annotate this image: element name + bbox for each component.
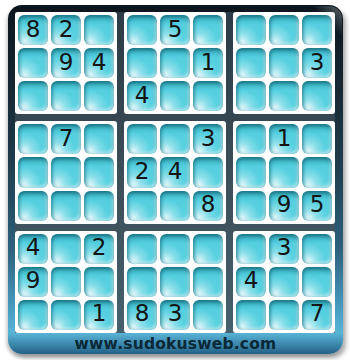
cell-r2c2[interactable]: 9 [51, 48, 81, 78]
given-digit: 3 [277, 236, 292, 259]
cell-r2c6[interactable]: 1 [193, 48, 223, 78]
cell-r9c8[interactable] [269, 300, 299, 330]
cell-r3c3[interactable] [84, 81, 114, 111]
cell-r2c5[interactable] [160, 48, 190, 78]
cell-r9c9[interactable]: 7 [302, 300, 332, 330]
cell-r1c6[interactable] [193, 15, 223, 45]
cell-r2c1[interactable] [18, 48, 48, 78]
cell-r7c8[interactable]: 3 [269, 234, 299, 264]
cell-r9c4[interactable]: 8 [127, 300, 157, 330]
cell-r4c4[interactable] [127, 124, 157, 154]
cell-r8c9[interactable] [302, 267, 332, 297]
given-digit: 8 [26, 18, 41, 41]
cell-r3c7[interactable] [236, 81, 266, 111]
cell-r7c1[interactable]: 4 [18, 234, 48, 264]
page-background: 8294514373248195429183347 www.sudokusweb… [0, 0, 350, 360]
cell-r4c6[interactable]: 3 [193, 124, 223, 154]
cell-r7c2[interactable] [51, 234, 81, 264]
given-digit: 5 [168, 18, 183, 41]
cell-r8c2[interactable] [51, 267, 81, 297]
cell-r7c5[interactable] [160, 234, 190, 264]
cell-r9c3[interactable]: 1 [84, 300, 114, 330]
cell-r5c6[interactable] [193, 157, 223, 187]
sudoku-board-frame: 8294514373248195429183347 www.sudokusweb… [8, 5, 343, 354]
cell-r6c3[interactable] [84, 191, 114, 221]
cell-r7c4[interactable] [127, 234, 157, 264]
box-4: 7 [15, 121, 117, 223]
cell-r8c1[interactable]: 9 [18, 267, 48, 297]
cell-r6c9[interactable]: 5 [302, 191, 332, 221]
given-digit: 3 [168, 302, 183, 325]
cell-r5c1[interactable] [18, 157, 48, 187]
given-digit: 1 [201, 51, 216, 74]
website-watermark: www.sudokusweb.com [75, 335, 277, 353]
given-digit: 8 [201, 193, 216, 216]
cell-r4c7[interactable] [236, 124, 266, 154]
given-digit: 4 [92, 51, 107, 74]
cell-r2c3[interactable]: 4 [84, 48, 114, 78]
cell-r1c3[interactable] [84, 15, 114, 45]
cell-r1c1[interactable]: 8 [18, 15, 48, 45]
cell-r5c7[interactable] [236, 157, 266, 187]
cell-r2c9[interactable]: 3 [302, 48, 332, 78]
cell-r8c8[interactable] [269, 267, 299, 297]
cell-r5c8[interactable] [269, 157, 299, 187]
given-digit: 8 [135, 302, 150, 325]
given-digit: 7 [59, 127, 74, 150]
cell-r5c4[interactable]: 2 [127, 157, 157, 187]
cell-r6c8[interactable]: 9 [269, 191, 299, 221]
cell-r4c2[interactable]: 7 [51, 124, 81, 154]
given-digit: 2 [59, 18, 74, 41]
given-digit: 1 [92, 302, 107, 325]
cell-r7c7[interactable] [236, 234, 266, 264]
cell-r5c5[interactable]: 4 [160, 157, 190, 187]
cell-r9c5[interactable]: 3 [160, 300, 190, 330]
cell-r3c4[interactable]: 4 [127, 81, 157, 111]
cell-r6c1[interactable] [18, 191, 48, 221]
cell-r3c5[interactable] [160, 81, 190, 111]
cell-r6c2[interactable] [51, 191, 81, 221]
cell-r8c3[interactable] [84, 267, 114, 297]
given-digit: 1 [277, 127, 292, 150]
given-digit: 4 [244, 269, 259, 292]
box-3: 3 [233, 12, 335, 114]
cell-r1c8[interactable] [269, 15, 299, 45]
cell-r1c5[interactable]: 5 [160, 15, 190, 45]
given-digit: 2 [92, 236, 107, 259]
cell-r5c2[interactable] [51, 157, 81, 187]
given-digit: 4 [168, 160, 183, 183]
cell-r3c9[interactable] [302, 81, 332, 111]
board-plate: 8294514373248195429183347 [15, 12, 335, 333]
cell-r8c6[interactable] [193, 267, 223, 297]
cell-r1c2[interactable]: 2 [51, 15, 81, 45]
cell-r9c1[interactable] [18, 300, 48, 330]
cell-r4c5[interactable] [160, 124, 190, 154]
cell-r4c8[interactable]: 1 [269, 124, 299, 154]
given-digit: 4 [135, 84, 150, 107]
box-5: 3248 [124, 121, 226, 223]
cell-r4c1[interactable] [18, 124, 48, 154]
box-2: 514 [124, 12, 226, 114]
cell-r9c7[interactable] [236, 300, 266, 330]
footer-band: www.sudokusweb.com [8, 333, 343, 354]
cell-r6c4[interactable] [127, 191, 157, 221]
given-digit: 9 [26, 269, 41, 292]
cell-r9c6[interactable] [193, 300, 223, 330]
box-9: 347 [233, 231, 335, 333]
cell-r7c3[interactable]: 2 [84, 234, 114, 264]
box-1: 8294 [15, 12, 117, 114]
cell-r1c7[interactable] [236, 15, 266, 45]
cell-r8c4[interactable] [127, 267, 157, 297]
cell-r7c6[interactable] [193, 234, 223, 264]
cell-r1c9[interactable] [302, 15, 332, 45]
cell-r5c3[interactable] [84, 157, 114, 187]
given-digit: 7 [310, 302, 325, 325]
box-6: 195 [233, 121, 335, 223]
box-7: 4291 [15, 231, 117, 333]
cell-r6c7[interactable] [236, 191, 266, 221]
given-digit: 2 [135, 160, 150, 183]
given-digit: 5 [310, 193, 325, 216]
given-digit: 3 [310, 51, 325, 74]
cell-r5c9[interactable] [302, 157, 332, 187]
cell-r2c4[interactable] [127, 48, 157, 78]
given-digit: 9 [277, 193, 292, 216]
cell-r8c5[interactable] [160, 267, 190, 297]
cell-r9c2[interactable] [51, 300, 81, 330]
cell-r6c6[interactable]: 8 [193, 191, 223, 221]
cell-r3c6[interactable] [193, 81, 223, 111]
cell-r3c2[interactable] [51, 81, 81, 111]
given-digit: 9 [59, 51, 74, 74]
given-digit: 3 [201, 127, 216, 150]
cell-r7c9[interactable] [302, 234, 332, 264]
cell-r8c7[interactable]: 4 [236, 267, 266, 297]
cell-r3c8[interactable] [269, 81, 299, 111]
cell-r2c8[interactable] [269, 48, 299, 78]
cell-r6c5[interactable] [160, 191, 190, 221]
given-digit: 4 [26, 236, 41, 259]
cell-r2c7[interactable] [236, 48, 266, 78]
cell-r1c4[interactable] [127, 15, 157, 45]
cell-r4c9[interactable] [302, 124, 332, 154]
box-8: 83 [124, 231, 226, 333]
cell-r4c3[interactable] [84, 124, 114, 154]
cell-r3c1[interactable] [18, 81, 48, 111]
